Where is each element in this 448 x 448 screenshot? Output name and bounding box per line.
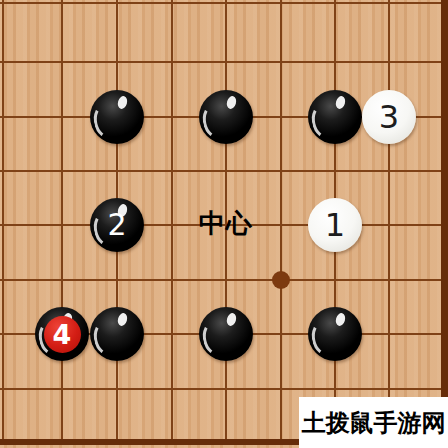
stone-black: [90, 307, 144, 361]
grid-line-horizontal: [0, 61, 442, 63]
last-move-red-circle-marker: 4: [44, 316, 81, 353]
move-number: 3: [379, 101, 399, 133]
go-board[interactable]: 土拨鼠手游网 3214中心: [0, 0, 448, 448]
grid-line-vertical: [171, 0, 173, 441]
watermark-box: 土拨鼠手游网: [299, 397, 448, 448]
grid-line-vertical: [280, 0, 282, 441]
move-number: 4: [53, 321, 72, 348]
grid-line-vertical: [388, 0, 390, 441]
stone-black: [199, 307, 253, 361]
move-number: 1: [325, 209, 345, 241]
stone-black: [308, 307, 362, 361]
watermark-text: 土拨鼠手游网: [302, 407, 446, 439]
annotation-center-label: 中心: [199, 206, 253, 241]
grid-line-vertical: [2, 0, 4, 441]
grid-line-horizontal: [0, 279, 442, 281]
stone-white-move-1: 1: [308, 198, 362, 252]
grid-line-horizontal: [0, 2, 442, 4]
grid-line-horizontal: [0, 388, 442, 390]
stone-black-move-2: 2: [90, 198, 144, 252]
stone-white-move-3: 3: [362, 90, 416, 144]
grid-line-horizontal: [0, 170, 442, 172]
stone-black: [90, 90, 144, 144]
move-number: 2: [107, 210, 126, 240]
board-edge-line-right: [441, 0, 448, 446]
stone-black: [199, 90, 253, 144]
grid-line-vertical: [61, 0, 63, 441]
stone-black-move-4: 4: [35, 307, 89, 361]
stone-black: [308, 90, 362, 144]
star-point: [272, 271, 290, 289]
